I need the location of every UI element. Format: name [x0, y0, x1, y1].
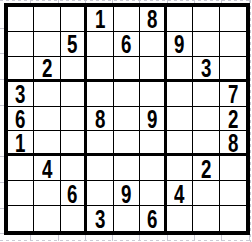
cell-r4c1[interactable]: 3	[8, 82, 34, 107]
cell-r9c9[interactable]	[220, 206, 246, 231]
given-digit: 9	[174, 32, 184, 57]
cell-r4c9[interactable]: 7	[220, 82, 246, 107]
given-digit: 3	[201, 57, 211, 81]
cell-r7c6[interactable]	[140, 156, 166, 181]
cell-r8c2[interactable]	[34, 181, 60, 206]
cell-r3c7[interactable]	[167, 57, 193, 82]
cell-r1c4[interactable]: 1	[87, 7, 113, 32]
cell-r1c9[interactable]	[220, 7, 246, 32]
cell-r1c2[interactable]	[34, 7, 60, 32]
cell-r6c2[interactable]	[34, 131, 60, 156]
cell-r4c7[interactable]	[167, 82, 193, 107]
cell-r6c3[interactable]	[61, 131, 87, 156]
cell-r8c5[interactable]: 9	[114, 181, 140, 206]
cell-r2c8[interactable]	[193, 32, 219, 57]
cell-r2c9[interactable]	[220, 32, 246, 57]
given-digit: 8	[147, 7, 157, 32]
cell-r1c3[interactable]	[61, 7, 87, 32]
cell-r5c8[interactable]	[193, 107, 219, 132]
given-digit: 9	[147, 107, 157, 132]
cell-r5c1[interactable]: 6	[8, 107, 34, 132]
margin-gridline-ticks-bottom	[4, 235, 250, 241]
sudoku-page: 1856923376892184269436	[0, 0, 252, 242]
cell-r7c4[interactable]	[87, 156, 113, 181]
cell-r9c2[interactable]	[34, 206, 60, 231]
cell-r2c5[interactable]: 6	[114, 32, 140, 57]
cell-r3c1[interactable]	[8, 57, 34, 82]
cell-r1c6[interactable]: 8	[140, 7, 166, 32]
cell-r5c7[interactable]	[167, 107, 193, 132]
cell-r3c4[interactable]	[87, 57, 113, 82]
cell-r2c7[interactable]: 9	[167, 32, 193, 57]
sudoku-board: 1856923376892184269436	[4, 3, 250, 235]
given-digit: 6	[121, 32, 131, 57]
cell-r3c5[interactable]	[114, 57, 140, 82]
given-digit: 5	[67, 32, 77, 57]
cell-r9c6[interactable]: 6	[140, 206, 166, 231]
cell-r2c1[interactable]	[8, 32, 34, 57]
cell-r1c5[interactable]	[114, 7, 140, 32]
given-digit: 4	[42, 156, 52, 181]
cell-r9c7[interactable]	[167, 206, 193, 231]
cell-r5c3[interactable]	[61, 107, 87, 132]
cell-r9c4[interactable]: 3	[87, 206, 113, 231]
cell-r4c4[interactable]	[87, 82, 113, 107]
cell-r8c9[interactable]	[220, 181, 246, 206]
cell-r4c8[interactable]	[193, 82, 219, 107]
given-digit: 3	[16, 82, 26, 107]
cell-r2c6[interactable]	[140, 32, 166, 57]
given-digit: 3	[95, 206, 105, 231]
given-digit: 2	[42, 57, 52, 81]
cell-r7c9[interactable]	[220, 156, 246, 181]
cell-r8c3[interactable]: 6	[61, 181, 87, 206]
cell-r8c1[interactable]	[8, 181, 34, 206]
cell-r7c5[interactable]	[114, 156, 140, 181]
cell-r2c3[interactable]: 5	[61, 32, 87, 57]
cell-r7c1[interactable]	[8, 156, 34, 181]
margin-gridline-bottom	[0, 240, 252, 241]
cell-r7c2[interactable]: 4	[34, 156, 60, 181]
cell-r4c2[interactable]	[34, 82, 60, 107]
margin-gridline-top	[0, 0, 252, 1]
cell-r8c8[interactable]	[193, 181, 219, 206]
cell-r9c5[interactable]	[114, 206, 140, 231]
cell-r9c8[interactable]	[193, 206, 219, 231]
cell-r3c3[interactable]	[61, 57, 87, 82]
given-digit: 1	[16, 131, 26, 155]
cell-r6c5[interactable]	[114, 131, 140, 156]
given-digit: 6	[67, 181, 77, 206]
cell-r2c2[interactable]	[34, 32, 60, 57]
cell-r5c5[interactable]	[114, 107, 140, 132]
cell-r9c3[interactable]	[61, 206, 87, 231]
cell-r3c2[interactable]: 2	[34, 57, 60, 82]
given-digit: 1	[95, 7, 105, 32]
cell-r6c6[interactable]	[140, 131, 166, 156]
margin-gridline-right	[250, 0, 251, 242]
given-digit: 4	[174, 181, 184, 206]
given-digit: 6	[147, 206, 157, 231]
given-digit: 7	[228, 82, 238, 107]
cell-r3c9[interactable]	[220, 57, 246, 82]
cell-r5c2[interactable]	[34, 107, 60, 132]
cell-r7c7[interactable]	[167, 156, 193, 181]
cell-r6c4[interactable]	[87, 131, 113, 156]
given-digit: 2	[228, 107, 238, 132]
cell-r7c3[interactable]	[61, 156, 87, 181]
given-digit: 9	[121, 181, 131, 206]
cell-r4c6[interactable]	[140, 82, 166, 107]
given-digit: 8	[95, 107, 105, 132]
cell-r8c6[interactable]	[140, 181, 166, 206]
cell-r6c9[interactable]: 8	[220, 131, 246, 156]
cell-r8c4[interactable]	[87, 181, 113, 206]
given-digit: 6	[16, 107, 26, 132]
cell-r1c1[interactable]	[8, 7, 34, 32]
cell-r1c7[interactable]	[167, 7, 193, 32]
cell-r8c7[interactable]: 4	[167, 181, 193, 206]
cell-r7c8[interactable]: 2	[193, 156, 219, 181]
cell-r6c8[interactable]	[193, 131, 219, 156]
cell-r1c8[interactable]	[193, 7, 219, 32]
cell-r5c4[interactable]: 8	[87, 107, 113, 132]
cell-r6c1[interactable]: 1	[8, 131, 34, 156]
cell-r6c7[interactable]	[167, 131, 193, 156]
cell-r3c8[interactable]: 3	[193, 57, 219, 82]
given-digit: 2	[201, 156, 211, 181]
cell-r9c1[interactable]	[8, 206, 34, 231]
cell-r2c4[interactable]	[87, 32, 113, 57]
cell-r5c6[interactable]: 9	[140, 107, 166, 132]
cell-r5c9[interactable]: 2	[220, 107, 246, 132]
cell-r4c3[interactable]	[61, 82, 87, 107]
cell-r3c6[interactable]	[140, 57, 166, 82]
cell-r4c5[interactable]	[114, 82, 140, 107]
given-digit: 8	[228, 131, 238, 155]
